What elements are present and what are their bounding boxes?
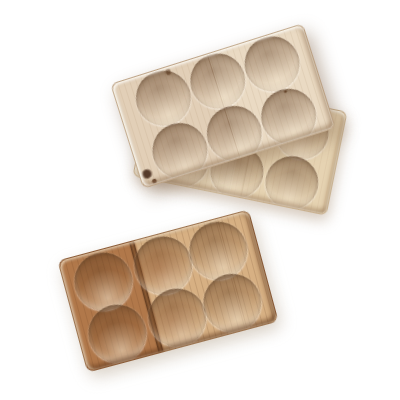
wood-tray-top-pit-r0c2[interactable] — [237, 29, 306, 98]
wood-tray-top-wood-knot — [151, 178, 158, 185]
product-photo-canvas — [0, 0, 400, 400]
wood-tray-front — [57, 209, 278, 372]
wood-tray-back-pit-r1c2[interactable] — [260, 151, 323, 214]
wood-tray-top-pit-r0c0[interactable] — [128, 63, 197, 132]
wood-tray-top-pit-r0c1[interactable] — [183, 46, 252, 115]
